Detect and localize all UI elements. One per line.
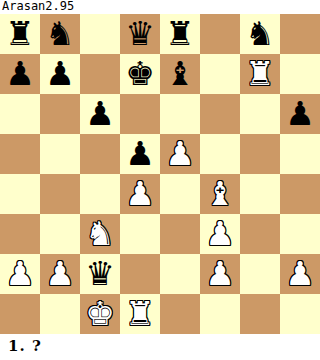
square-f4[interactable]: ♝	[200, 174, 240, 214]
square-h3[interactable]	[280, 214, 320, 254]
square-g3[interactable]	[240, 214, 280, 254]
square-f1[interactable]	[200, 294, 240, 334]
piece-black-king[interactable]: ♚	[120, 54, 160, 94]
board: ♜♞♛♜♞♟♟♚♝♜♟♟♟♟♟♝♞♟♟♟♛♟♟♚♜	[0, 14, 320, 334]
square-f7[interactable]	[200, 54, 240, 94]
square-f2[interactable]: ♟	[200, 254, 240, 294]
square-d3[interactable]	[120, 214, 160, 254]
square-d8[interactable]: ♛	[120, 14, 160, 54]
square-b4[interactable]	[40, 174, 80, 214]
square-g5[interactable]	[240, 134, 280, 174]
square-f3[interactable]: ♟	[200, 214, 240, 254]
square-h8[interactable]	[280, 14, 320, 54]
piece-black-rook[interactable]: ♜	[160, 14, 200, 54]
square-e7[interactable]: ♝	[160, 54, 200, 94]
square-e6[interactable]	[160, 94, 200, 134]
square-h5[interactable]	[280, 134, 320, 174]
piece-white-knight[interactable]: ♞	[80, 214, 120, 254]
square-b8[interactable]: ♞	[40, 14, 80, 54]
square-g1[interactable]	[240, 294, 280, 334]
square-f5[interactable]	[200, 134, 240, 174]
square-d6[interactable]	[120, 94, 160, 134]
square-b7[interactable]: ♟	[40, 54, 80, 94]
square-g7[interactable]: ♜	[240, 54, 280, 94]
piece-white-rook[interactable]: ♜	[240, 54, 280, 94]
square-e5[interactable]: ♟	[160, 134, 200, 174]
square-a7[interactable]: ♟	[0, 54, 40, 94]
square-h6[interactable]: ♟	[280, 94, 320, 134]
piece-black-pawn[interactable]: ♟	[0, 54, 40, 94]
square-h2[interactable]: ♟	[280, 254, 320, 294]
square-h7[interactable]	[280, 54, 320, 94]
piece-white-pawn[interactable]: ♟	[40, 254, 80, 294]
piece-white-pawn[interactable]: ♟	[200, 254, 240, 294]
square-d1[interactable]: ♜	[120, 294, 160, 334]
square-c2[interactable]: ♛	[80, 254, 120, 294]
square-c7[interactable]	[80, 54, 120, 94]
piece-white-rook[interactable]: ♜	[120, 294, 160, 334]
square-a1[interactable]	[0, 294, 40, 334]
square-h1[interactable]	[280, 294, 320, 334]
square-d7[interactable]: ♚	[120, 54, 160, 94]
square-c6[interactable]: ♟	[80, 94, 120, 134]
square-d5[interactable]: ♟	[120, 134, 160, 174]
piece-black-pawn[interactable]: ♟	[80, 94, 120, 134]
square-g2[interactable]	[240, 254, 280, 294]
square-g6[interactable]	[240, 94, 280, 134]
square-f6[interactable]	[200, 94, 240, 134]
square-e4[interactable]	[160, 174, 200, 214]
piece-black-queen[interactable]: ♛	[80, 254, 120, 294]
piece-white-pawn[interactable]: ♟	[280, 254, 320, 294]
square-c3[interactable]: ♞	[80, 214, 120, 254]
move-prompt: 1. ?	[0, 334, 320, 360]
square-g8[interactable]: ♞	[240, 14, 280, 54]
piece-white-pawn[interactable]: ♟	[200, 214, 240, 254]
square-e2[interactable]	[160, 254, 200, 294]
square-d2[interactable]	[120, 254, 160, 294]
square-h4[interactable]	[280, 174, 320, 214]
square-b2[interactable]: ♟	[40, 254, 80, 294]
square-c4[interactable]	[80, 174, 120, 214]
piece-black-pawn[interactable]: ♟	[280, 94, 320, 134]
piece-white-bishop[interactable]: ♝	[200, 174, 240, 214]
piece-black-bishop[interactable]: ♝	[160, 54, 200, 94]
square-c1[interactable]: ♚	[80, 294, 120, 334]
window-title: Arasan2.95	[0, 0, 320, 14]
piece-black-pawn[interactable]: ♟	[120, 134, 160, 174]
square-d4[interactable]: ♟	[120, 174, 160, 214]
piece-white-pawn[interactable]: ♟	[0, 254, 40, 294]
square-g4[interactable]	[240, 174, 280, 214]
square-a4[interactable]	[0, 174, 40, 214]
square-c8[interactable]	[80, 14, 120, 54]
square-c5[interactable]	[80, 134, 120, 174]
square-a5[interactable]	[0, 134, 40, 174]
square-b5[interactable]	[40, 134, 80, 174]
piece-black-pawn[interactable]: ♟	[40, 54, 80, 94]
piece-black-queen[interactable]: ♛	[120, 14, 160, 54]
square-a2[interactable]: ♟	[0, 254, 40, 294]
piece-black-knight[interactable]: ♞	[240, 14, 280, 54]
square-e1[interactable]	[160, 294, 200, 334]
piece-white-pawn[interactable]: ♟	[120, 174, 160, 214]
square-f8[interactable]	[200, 14, 240, 54]
square-a6[interactable]	[0, 94, 40, 134]
piece-black-rook[interactable]: ♜	[0, 14, 40, 54]
square-a3[interactable]	[0, 214, 40, 254]
square-e8[interactable]: ♜	[160, 14, 200, 54]
square-e3[interactable]	[160, 214, 200, 254]
square-b3[interactable]	[40, 214, 80, 254]
square-b6[interactable]	[40, 94, 80, 134]
square-a8[interactable]: ♜	[0, 14, 40, 54]
square-b1[interactable]	[40, 294, 80, 334]
chess-app-window: Arasan2.95 ♜♞♛♜♞♟♟♚♝♜♟♟♟♟♟♝♞♟♟♟♛♟♟♚♜ 1. …	[0, 0, 320, 360]
piece-black-knight[interactable]: ♞	[40, 14, 80, 54]
piece-white-pawn[interactable]: ♟	[160, 134, 200, 174]
piece-white-king[interactable]: ♚	[80, 294, 120, 334]
